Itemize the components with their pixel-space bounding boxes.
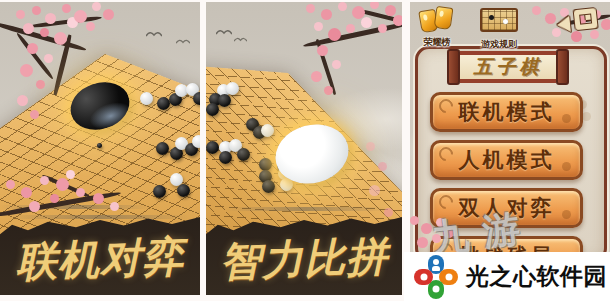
caption-brain-battle: 智力比拼 [206,229,402,291]
leaderboard-button[interactable]: 荣耀榜 [418,6,456,34]
blossom-cluster [6,180,15,189]
blossom-cluster [410,216,419,225]
screenshot-panel-brain-battle: 智力比拼 [206,2,402,295]
black-stone [262,180,275,193]
publisher-name: 光之心软件园 [466,261,607,292]
black-stone [156,142,169,155]
screenshot-panel-online-play: 联机对弈 [0,2,200,295]
rules-button[interactable]: 游戏规则 [480,8,518,32]
white-stone [192,135,201,148]
back-arrow-icon [574,8,598,30]
caption-online-play: 联机对弈 [0,229,200,291]
black-stone [219,151,232,164]
black-stone [237,148,250,161]
screenshot-panel-menu: 荣耀榜 游戏规则 五子棋 联机模式 人机模式 双人对弈 挑战残局 九游 [410,2,610,252]
white-stone [226,82,239,95]
gold-cups-icon [418,6,456,34]
black-stone [177,184,190,197]
banner-roller-right [556,49,569,85]
blossom-cluster [532,6,541,15]
black-stone [193,92,201,105]
publisher-logo-icon [414,255,458,299]
ink-stroke [226,207,386,211]
app-store-screenshot-strip: 联机对弈 智力比拼 荣耀榜 [0,0,610,301]
black-stone [259,158,272,171]
mini-board-icon [480,8,518,32]
ink-stroke [10,215,190,219]
white-stone [261,124,274,137]
black-stone [206,103,219,116]
game-title: 五子棋 [474,54,543,80]
highlight-black-stone [64,75,135,137]
banner-scroll: 五子棋 [460,51,556,83]
back-arrow-icon [556,16,571,33]
black-stone [153,185,166,198]
black-stone [97,143,102,148]
vs-ai-mode-button[interactable]: 人机模式 [430,140,583,180]
publisher-logo-strip: 光之心软件园 [404,252,610,301]
back-button[interactable] [556,6,599,40]
black-stone [218,94,231,107]
black-stone [206,141,219,154]
online-mode-button[interactable]: 联机模式 [430,92,583,132]
banner-roller-left [447,49,460,85]
black-stone [157,97,170,110]
title-banner: 五子棋 [447,48,569,86]
white-stone [140,92,153,105]
logo-petal-red [414,269,433,285]
